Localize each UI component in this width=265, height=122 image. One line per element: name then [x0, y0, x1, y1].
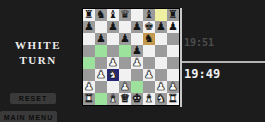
white-pawn-e4: ♟ — [131, 57, 143, 69]
white-rook-a1: ♜ — [83, 93, 95, 105]
square-h4[interactable] — [167, 57, 179, 69]
square-h5[interactable] — [167, 45, 179, 57]
square-g1[interactable]: ♞ — [155, 93, 167, 105]
black-pawn-a7: ♟ — [83, 21, 95, 33]
white-bishop-c1: ♝ — [107, 93, 119, 105]
square-d4[interactable] — [119, 57, 131, 69]
square-f6[interactable]: ♞ — [143, 33, 155, 45]
square-f1[interactable]: ♝ — [143, 93, 155, 105]
white-bishop-f1: ♝ — [143, 93, 155, 105]
turn-line-2: TURN — [0, 53, 76, 68]
square-c6[interactable] — [107, 33, 119, 45]
square-g4[interactable] — [155, 57, 167, 69]
square-d6[interactable]: ♟ — [119, 33, 131, 45]
square-d5[interactable] — [119, 45, 131, 57]
square-b5[interactable] — [95, 45, 107, 57]
black-pawn-d6: ♟ — [119, 33, 131, 45]
black-queen-d8: ♛ — [119, 9, 131, 21]
square-a5[interactable] — [83, 45, 95, 57]
black-pawn-b6: ♟ — [95, 33, 107, 45]
square-h1[interactable]: ♜ — [167, 93, 179, 105]
square-h7[interactable]: ♟ — [167, 21, 179, 33]
black-pawn-e7: ♟ — [131, 21, 143, 33]
square-d1[interactable]: ♛ — [119, 93, 131, 105]
white-king-e1: ♚ — [131, 93, 143, 105]
square-b8[interactable]: ♞ — [95, 9, 107, 21]
turn-indicator: WHITE TURN — [0, 38, 76, 68]
square-e7[interactable]: ♟ — [131, 21, 143, 33]
white-knight-g1: ♞ — [155, 93, 167, 105]
square-a4[interactable] — [83, 57, 95, 69]
square-g7[interactable]: ♟ — [155, 21, 167, 33]
square-e4[interactable]: ♟ — [131, 57, 143, 69]
square-g6[interactable] — [155, 33, 167, 45]
square-d8[interactable]: ♛ — [119, 9, 131, 21]
square-c1[interactable]: ♝ — [107, 93, 119, 105]
square-b1[interactable] — [95, 93, 107, 105]
white-pawn-b3: ♟ — [95, 69, 107, 81]
reset-button[interactable]: RESET — [10, 93, 56, 104]
white-knight-c3: ♞ — [107, 69, 119, 81]
square-b3[interactable]: ♟ — [95, 69, 107, 81]
square-g5[interactable] — [155, 45, 167, 57]
square-e1[interactable]: ♚ — [131, 93, 143, 105]
square-a1[interactable]: ♜ — [83, 93, 95, 105]
main-menu-button[interactable]: MAIN MENU — [0, 111, 57, 122]
square-h6[interactable] — [167, 33, 179, 45]
square-a7[interactable]: ♟ — [83, 21, 95, 33]
black-knight-f6: ♞ — [143, 33, 155, 45]
square-e3[interactable] — [131, 69, 143, 81]
white-pawn-f3: ♟ — [143, 69, 155, 81]
white-rook-h1: ♜ — [167, 93, 179, 105]
square-b6[interactable]: ♟ — [95, 33, 107, 45]
black-pawn-c7: ♟ — [107, 21, 119, 33]
square-f3[interactable]: ♟ — [143, 69, 155, 81]
square-c7[interactable]: ♟ — [107, 21, 119, 33]
black-clock: 19:51 — [184, 37, 214, 48]
black-pawn-g7: ♟ — [155, 21, 167, 33]
square-c3[interactable]: ♞ — [107, 69, 119, 81]
white-clock: 19:49 — [184, 67, 220, 81]
board-grid: ♜♞♝♛♝♜♟♟♟♚♟♟♟♟♞♟♟♟♟♞♟♟♟♟♟♜♝♛♚♝♞♜ — [83, 9, 179, 105]
square-a6[interactable] — [83, 33, 95, 45]
white-queen-d1: ♛ — [119, 93, 131, 105]
board-edge-line — [180, 8, 182, 107]
clock-divider — [182, 61, 265, 63]
turn-line-1: WHITE — [0, 38, 76, 53]
square-b2[interactable] — [95, 81, 107, 93]
square-f5[interactable] — [143, 45, 155, 57]
chess-board: ♜♞♝♛♝♜♟♟♟♚♟♟♟♟♞♟♟♟♟♞♟♟♟♟♟♜♝♛♚♝♞♜ — [82, 8, 180, 106]
black-pawn-h7: ♟ — [167, 21, 179, 33]
black-knight-b8: ♞ — [95, 9, 107, 21]
